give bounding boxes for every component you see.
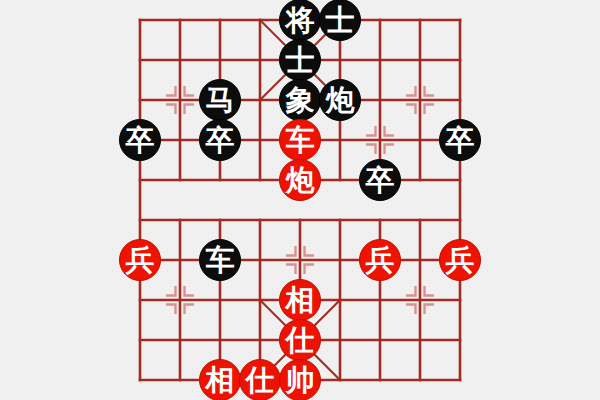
piece-black-elephant[interactable]: 象 xyxy=(279,79,321,121)
piece-red-soldier[interactable]: 兵 xyxy=(359,239,401,281)
piece-black-advisor[interactable]: 士 xyxy=(279,39,321,81)
piece-red-advisor[interactable]: 仕 xyxy=(279,319,321,361)
piece-red-soldier[interactable]: 兵 xyxy=(119,239,161,281)
piece-red-elephant[interactable]: 相 xyxy=(199,359,241,400)
piece-red-advisor[interactable]: 仕 xyxy=(239,359,281,400)
piece-black-soldier[interactable]: 卒 xyxy=(439,119,481,161)
piece-black-soldier[interactable]: 卒 xyxy=(119,119,161,161)
piece-red-cannon[interactable]: 炮 xyxy=(279,159,321,201)
xiangqi-board: 将士士马象炮卒卒车卒炮卒兵车兵兵相仕相仕帅 xyxy=(0,0,600,400)
board-points: 将士士马象炮卒卒车卒炮卒兵车兵兵相仕相仕帅 xyxy=(120,0,480,400)
piece-black-soldier[interactable]: 卒 xyxy=(359,159,401,201)
piece-black-soldier[interactable]: 卒 xyxy=(199,119,241,161)
piece-black-cannon[interactable]: 炮 xyxy=(319,79,361,121)
piece-red-general[interactable]: 帅 xyxy=(279,359,321,400)
piece-black-chariot[interactable]: 车 xyxy=(199,239,241,281)
piece-red-elephant[interactable]: 相 xyxy=(279,279,321,321)
piece-black-horse[interactable]: 马 xyxy=(199,79,241,121)
piece-black-advisor[interactable]: 士 xyxy=(319,0,361,41)
piece-red-chariot[interactable]: 车 xyxy=(279,119,321,161)
piece-red-soldier[interactable]: 兵 xyxy=(439,239,481,281)
piece-black-general[interactable]: 将 xyxy=(279,0,321,41)
